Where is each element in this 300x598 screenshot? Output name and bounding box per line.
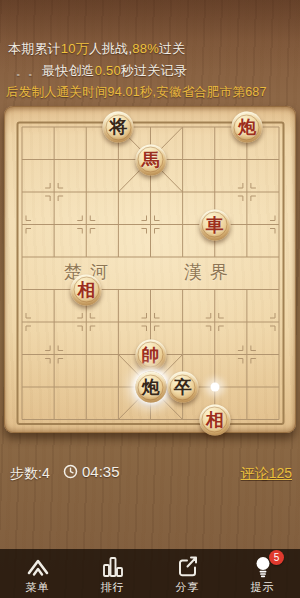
red-piece[interactable]: 相 <box>71 274 102 305</box>
stat-value-participants: 10万 <box>61 41 89 56</box>
stat-value-record-time: 0.50 <box>95 63 121 78</box>
timer: 04:35 <box>63 463 120 480</box>
red-piece[interactable]: 相 <box>199 404 230 435</box>
stat-text: 过关 <box>159 41 185 56</box>
black-piece[interactable]: 炮 <box>135 372 166 403</box>
nav-share-button[interactable]: 分享 <box>150 549 225 598</box>
move-target-dot[interactable] <box>210 383 219 392</box>
black-piece[interactable]: 卒 <box>167 372 198 403</box>
nav-menu-label: 菜单 <box>26 580 50 595</box>
nav-hint-button[interactable]: 提示 5 <box>225 549 300 598</box>
stat-text: 人挑战, <box>89 41 132 56</box>
move-count-label: 步数:4 <box>10 465 50 483</box>
ellipsis-dots: 。。 <box>16 65 40 77</box>
stat-text: 本期累计 <box>8 41 61 56</box>
stats-line-record: 。。最快创造0.50秒过关记录 <box>16 62 187 80</box>
nav-ranking-button[interactable]: 排行 <box>75 549 150 598</box>
stat-text: 秒过关记录 <box>121 63 187 78</box>
timer-value: 04:35 <box>82 463 120 480</box>
stats-line-challengers: 本期累计10万人挑战,88%过关 <box>8 40 185 58</box>
red-piece[interactable]: 帥 <box>135 339 166 370</box>
xiangqi-app-screen: 本期累计10万人挑战,88%过关 。。最快创造0.50秒过关记录 后发制人通关时… <box>0 0 300 598</box>
river-label-han-jie: 漢界 <box>168 260 252 284</box>
xiangqi-board[interactable]: 楚河 漢界 将炮馬車相帥炮卒相 <box>4 106 296 433</box>
hint-badge-count: 5 <box>269 550 284 565</box>
stats-line-latest-pass: 后发制人通关时间94.01秒,安徽省合肥市第687 <box>6 84 267 101</box>
menu-up-icon <box>25 554 51 579</box>
nav-menu-button[interactable]: 菜单 <box>0 549 75 598</box>
nav-hint-label: 提示 <box>251 580 275 595</box>
ranking-bars-icon <box>100 554 126 579</box>
comments-link[interactable]: 评论125 <box>241 465 292 483</box>
nav-share-label: 分享 <box>176 580 200 595</box>
bottom-nav-bar: 菜单 排行 分享 提示 5 <box>0 549 300 598</box>
red-piece[interactable]: 車 <box>199 209 230 240</box>
stat-text: 最快创造 <box>42 63 95 78</box>
stat-value-pass-rate: 88% <box>132 41 159 56</box>
nav-ranking-label: 排行 <box>101 580 125 595</box>
clock-icon <box>63 464 78 479</box>
black-piece[interactable]: 将 <box>103 112 134 143</box>
share-icon <box>175 554 201 579</box>
red-piece[interactable]: 馬 <box>135 144 166 175</box>
red-piece[interactable]: 炮 <box>231 112 262 143</box>
